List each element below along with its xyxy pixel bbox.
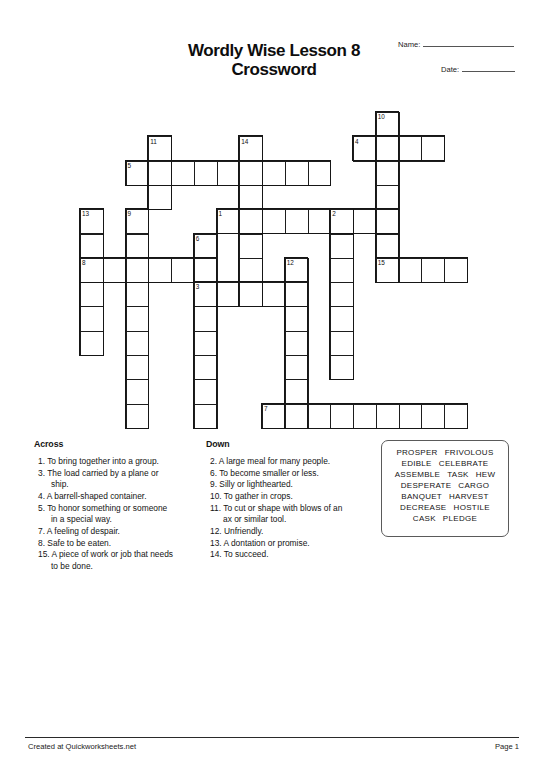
clue-text: 10. To gather in crops. [210,491,378,503]
crossword-cell[interactable] [308,209,332,234]
clue-down-6: 6. To become smaller or less. [210,468,378,480]
crossword-cell[interactable] [376,234,400,259]
crossword-cell[interactable] [421,136,445,161]
clue-across-3: 3. The load carried by a plane orship. [38,468,200,491]
crossword-cell[interactable] [126,404,150,429]
crossword-cell[interactable] [217,282,241,307]
clue-text: 8. Safe to be eaten. [38,538,200,550]
clue-text: 2. A large meal for many people. [210,456,378,468]
crossword-cell[interactable] [262,404,286,429]
crossword-cell[interactable] [376,404,400,429]
word-bank-line: CASK PLEDGE [382,513,508,524]
crossword-cell[interactable] [194,404,218,429]
clue-down-14: 14. To succeed. [210,549,378,561]
crossword-cell[interactable] [330,282,354,307]
crossword-cell[interactable] [126,209,150,234]
crossword-cell[interactable] [330,355,354,380]
date-field: Date: [441,64,515,74]
crossword-cell[interactable] [194,282,218,307]
crossword-cell[interactable] [194,258,218,283]
crossword-cell[interactable] [376,136,400,161]
crossword-cell[interactable] [194,161,218,186]
clue-down-13: 13. A dontation or promise. [210,538,378,550]
crossword-cell[interactable] [239,209,263,234]
crossword-cell[interactable] [399,404,423,429]
crossword-cell[interactable] [239,161,263,186]
clue-down-10: 10. To gather in crops. [210,491,378,503]
crossword-cell[interactable] [194,234,218,259]
crossword-cell[interactable] [171,161,195,186]
clue-down-11: 11. To cut or shape with blows of anax o… [210,503,378,526]
crossword-cell[interactable] [239,282,263,307]
crossword-cell[interactable] [126,282,150,307]
name-label: Name: [398,40,420,49]
clue-text: 7. A feeling of despair. [38,526,200,538]
crossword-cell[interactable] [376,185,400,210]
crossword-cell[interactable] [217,161,241,186]
clue-text: 4. A barrell-shaped container. [38,491,200,503]
crossword-cell[interactable] [126,234,150,259]
crossword-cell[interactable] [399,136,423,161]
crossword-cell[interactable] [194,331,218,356]
crossword-cell[interactable] [239,136,263,161]
down-clue-list: 2. A large meal for many people.6. To be… [210,456,378,561]
across-clues: Across 1. To bring together into a group… [38,439,200,573]
crossword-cell[interactable] [126,161,150,186]
crossword-cell[interactable] [285,161,309,186]
crossword-cell[interactable] [80,209,104,234]
crossword-cell[interactable] [194,379,218,404]
crossword-cell[interactable] [126,379,150,404]
clue-text: 15. A piece of work or job that needs [38,549,200,561]
footer-divider [25,737,519,738]
crossword-cell[interactable] [285,209,309,234]
down-clues: Down 2. A large meal for many people.6. … [210,439,378,561]
crossword-cell[interactable] [330,234,354,259]
clue-across-8: 8. Safe to be eaten. [38,538,200,550]
clue-across-7: 7. A feeling of despair. [38,526,200,538]
crossword-cell[interactable] [171,258,195,283]
crossword-cell[interactable] [285,404,309,429]
crossword-cell[interactable] [285,306,309,331]
word-bank-box: PROSPER FRIVOLOUSEDIBLE CELEBRATEASSEMBL… [381,440,509,537]
crossword-cell[interactable] [126,258,150,283]
crossword-cell[interactable] [444,258,468,283]
clue-down-12: 12. Unfriendly. [210,526,378,538]
crossword-cell[interactable] [262,209,286,234]
crossword-cell[interactable] [353,136,377,161]
clue-across-15: 15. A piece of work or job that needsto … [38,549,200,572]
clue-text-continued: in a special way. [38,514,200,526]
clue-text-continued: to be done. [38,561,200,573]
crossword-cell[interactable] [399,258,423,283]
crossword-cell[interactable] [285,331,309,356]
clue-text: 5. To honor something or someone [38,503,200,515]
word-bank-line: DECREASE HOSTILE [382,502,508,513]
crossword-cell[interactable] [103,258,127,283]
clue-text: 3. The load carried by a plane or [38,468,200,480]
word-bank-line: BANQUET HARVEST [382,491,508,502]
across-header: Across [34,439,200,449]
crossword-cell[interactable] [285,258,309,283]
clue-across-1: 1. To bring together into a group. [38,456,200,468]
crossword-cell[interactable] [308,161,332,186]
date-label: Date: [441,65,459,74]
crossword-cell[interactable] [80,234,104,259]
crossword-cell[interactable] [376,112,400,137]
page-number: Page 1 [495,742,519,751]
crossword-cell[interactable] [80,331,104,356]
clue-across-4: 4. A barrell-shaped container. [38,491,200,503]
crossword-grid: 123456789101112131415 [80,112,467,428]
crossword-cell[interactable] [262,161,286,186]
footer-credit: Created at Quickworksheets.net [28,742,136,751]
clue-text: 12. Unfriendly. [210,526,378,538]
clue-text-continued: ax or similar tool. [210,514,378,526]
down-header: Down [206,439,378,449]
clue-text: 1. To bring together into a group. [38,456,200,468]
across-clue-list: 1. To bring together into a group.3. The… [38,456,200,573]
crossword-cell[interactable] [353,404,377,429]
crossword-cell[interactable] [239,234,263,259]
crossword-cell[interactable] [126,306,150,331]
clue-text: 9. Silly or lighthearted. [210,479,378,491]
crossword-cell[interactable] [194,355,218,380]
crossword-cell[interactable] [330,258,354,283]
clue-down-2: 2. A large meal for many people. [210,456,378,468]
clue-text: 11. To cut or shape with blows of an [210,503,378,515]
crossword-cell[interactable] [444,404,468,429]
crossword-cell[interactable] [194,306,218,331]
crossword-cell[interactable] [308,404,332,429]
crossword-cell[interactable] [148,161,172,186]
word-bank-line: DESPERATE CARGO [382,480,508,491]
crossword-cell[interactable] [353,209,377,234]
clue-down-9: 9. Silly or lighthearted. [210,479,378,491]
crossword-cell[interactable] [80,258,104,283]
crossword-cell[interactable] [126,355,150,380]
crossword-cell[interactable] [330,209,354,234]
clue-text: 13. A dontation or promise. [210,538,378,550]
crossword-cell[interactable] [80,306,104,331]
crossword-cell[interactable] [330,306,354,331]
word-bank-line: ASSEMBLE TASK HEW [382,469,508,480]
clue-text-continued: ship. [38,479,200,491]
crossword-cell[interactable] [239,258,263,283]
clue-text: 6. To become smaller or less. [210,468,378,480]
crossword-cell[interactable] [421,258,445,283]
crossword-cell[interactable] [80,282,104,307]
worksheet-page: Wordly Wise Lesson 8 Crossword Name: Dat… [0,0,548,776]
crossword-cell[interactable] [376,258,400,283]
crossword-cell[interactable] [376,161,400,186]
crossword-cell[interactable] [285,379,309,404]
clue-across-5: 5. To honor something or someonein a spe… [38,503,200,526]
name-field: Name: [398,39,514,49]
crossword-cell[interactable] [148,136,172,161]
crossword-cell[interactable] [285,282,309,307]
word-bank-line: EDIBLE CELEBRATE [382,458,508,469]
date-blank-line[interactable] [462,64,515,72]
word-bank-line: PROSPER FRIVOLOUS [382,447,508,458]
crossword-cell[interactable] [330,331,354,356]
crossword-cell[interactable] [148,185,172,210]
crossword-cell[interactable] [217,209,241,234]
crossword-cell[interactable] [126,331,150,356]
crossword-cell[interactable] [239,185,263,210]
crossword-cell[interactable] [376,209,400,234]
name-blank-line[interactable] [423,39,514,47]
crossword-cell[interactable] [421,404,445,429]
crossword-cell[interactable] [262,282,286,307]
clue-text: 14. To succeed. [210,549,378,561]
crossword-cell[interactable] [285,355,309,380]
crossword-cell[interactable] [330,404,354,429]
crossword-cell[interactable] [148,258,172,283]
